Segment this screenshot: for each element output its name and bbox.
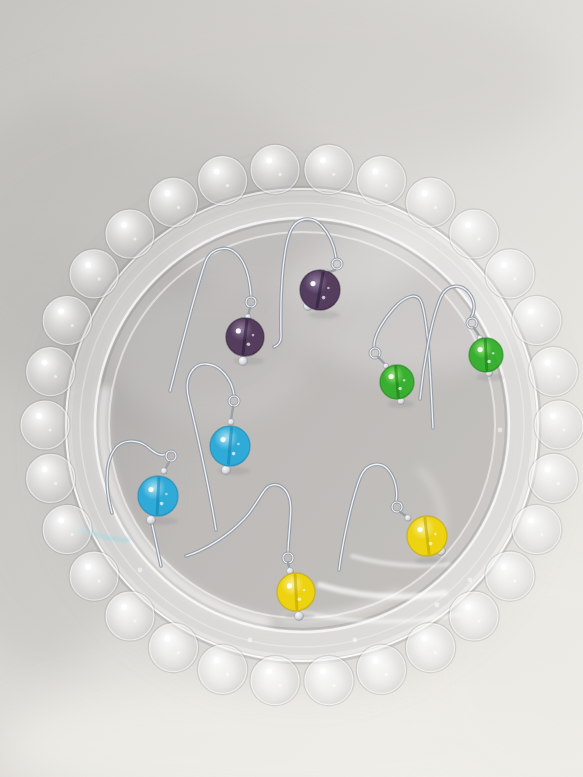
rim-ball-glint bbox=[58, 309, 64, 315]
silver-spacer-bead bbox=[147, 516, 156, 525]
rim-ball-frost bbox=[459, 221, 489, 251]
rim-ball bbox=[356, 644, 406, 694]
rim-ball bbox=[26, 347, 76, 397]
rim-ball-frost bbox=[115, 221, 145, 251]
rim-ball bbox=[406, 177, 456, 227]
bead-shadow bbox=[415, 557, 447, 565]
glass-bead-green bbox=[469, 338, 503, 372]
rim-ball-glint bbox=[226, 184, 229, 187]
rim-ball-glint bbox=[214, 169, 220, 175]
rim-ball bbox=[449, 209, 499, 259]
rim-ball-glint bbox=[422, 636, 428, 642]
rim-ball-glint bbox=[385, 673, 388, 676]
rim-ball-frost bbox=[208, 168, 238, 198]
rim-ball-glint bbox=[54, 375, 57, 378]
bead-glint bbox=[492, 352, 495, 355]
sparkle-dot bbox=[248, 638, 253, 643]
rim-ball-glint bbox=[71, 324, 74, 327]
rim-ball-frost bbox=[260, 157, 290, 187]
bead-glint bbox=[232, 452, 236, 456]
rim-ball-frost bbox=[36, 359, 66, 389]
rim-ball-glint bbox=[177, 206, 180, 209]
rim-ball-frost bbox=[79, 261, 109, 291]
rim-ball bbox=[406, 623, 456, 673]
bead-glint bbox=[417, 527, 422, 532]
rim-ball-glint bbox=[266, 157, 272, 163]
bead-hole-line bbox=[157, 478, 159, 513]
rim-ball-glint bbox=[54, 482, 57, 485]
rim-ball-glint bbox=[214, 657, 220, 663]
scene-svg bbox=[0, 0, 583, 777]
rim-ball bbox=[105, 591, 155, 641]
rim-ball-glint bbox=[540, 533, 543, 536]
rim-ball-frost bbox=[314, 157, 344, 187]
rim-ball-glint bbox=[465, 604, 471, 610]
rim-ball bbox=[105, 209, 155, 259]
rim-ball-glint bbox=[372, 169, 378, 175]
bead-glint bbox=[220, 437, 225, 442]
silver-spacer-bead bbox=[228, 419, 234, 425]
rim-ball-glint bbox=[540, 324, 543, 327]
rim-ball bbox=[485, 551, 535, 601]
rim-ball-glint bbox=[279, 173, 282, 176]
rim-ball bbox=[69, 551, 119, 601]
silver-spacer-bead bbox=[295, 612, 304, 621]
rim-ball-glint bbox=[385, 184, 388, 187]
rim-ball-glint bbox=[528, 518, 534, 524]
rim-ball bbox=[534, 400, 583, 450]
rim-ball-frost bbox=[260, 668, 290, 698]
silver-spacer-bead bbox=[239, 357, 248, 366]
glass-bead-green bbox=[380, 365, 414, 399]
rim-ball bbox=[528, 453, 578, 503]
rim-ball-frost bbox=[367, 657, 397, 687]
rim-ball-glint bbox=[58, 518, 64, 524]
rim-ball-glint bbox=[434, 651, 437, 654]
rim-ball bbox=[528, 347, 578, 397]
silver-spacer-bead bbox=[405, 515, 411, 521]
rim-ball bbox=[149, 623, 199, 673]
rim-ball-glint bbox=[513, 277, 516, 280]
rim-ball-glint bbox=[165, 636, 171, 642]
rim-ball-frost bbox=[30, 412, 60, 442]
bead-glint bbox=[148, 487, 153, 492]
rim-ball bbox=[42, 296, 92, 346]
bead-glint bbox=[237, 443, 240, 446]
rim-ball bbox=[512, 296, 562, 346]
bead-glint bbox=[247, 342, 251, 346]
rim-ball-glint bbox=[477, 237, 480, 240]
rim-ball-frost bbox=[539, 466, 569, 496]
bead-glint bbox=[252, 334, 255, 337]
rim-ball-glint bbox=[133, 237, 136, 240]
rim-ball-glint bbox=[320, 157, 326, 163]
rim-ball bbox=[250, 656, 300, 706]
rim-ball-glint bbox=[71, 533, 74, 536]
bead-hole-line bbox=[485, 340, 487, 370]
rim-ball bbox=[485, 249, 535, 299]
rim-ball bbox=[250, 144, 300, 194]
bead-glint bbox=[434, 533, 437, 536]
rim-ball-frost bbox=[522, 517, 552, 547]
rim-ball-frost bbox=[52, 308, 82, 338]
rim-ball-glint bbox=[42, 466, 48, 472]
rim-ball-frost bbox=[36, 466, 66, 496]
rim-ball-glint bbox=[85, 564, 91, 570]
rim-ball-frost bbox=[459, 603, 489, 633]
rim-ball-frost bbox=[416, 190, 446, 220]
bead-shadow bbox=[308, 311, 340, 319]
rim-ball-frost bbox=[115, 603, 145, 633]
rim-ball-glint bbox=[544, 466, 550, 472]
rim-ball-glint bbox=[501, 262, 507, 268]
rim-ball-frost bbox=[79, 563, 109, 593]
glass-bead-yellow bbox=[277, 573, 315, 611]
rim-ball bbox=[449, 591, 499, 641]
rim-ball-glint bbox=[36, 413, 42, 419]
bead-glint bbox=[322, 296, 326, 300]
silver-spacer-bead bbox=[161, 468, 167, 474]
rim-ball-glint bbox=[372, 657, 378, 663]
rim-ball-glint bbox=[121, 222, 127, 228]
rim-ball-glint bbox=[465, 222, 471, 228]
bead-glint bbox=[236, 328, 241, 333]
bead-glint bbox=[478, 347, 483, 352]
glass-bead-blue bbox=[210, 426, 250, 466]
bead-glint bbox=[303, 589, 306, 592]
glass-bead-purple bbox=[226, 318, 264, 356]
rim-ball-glint bbox=[332, 684, 335, 687]
rim-ball-glint bbox=[562, 428, 565, 431]
rim-ball-frost bbox=[495, 563, 525, 593]
bead-glint bbox=[298, 597, 302, 601]
bead-glint bbox=[160, 502, 164, 506]
rim-ball-glint bbox=[320, 669, 326, 675]
glass-bead-yellow bbox=[407, 516, 447, 556]
sparkle-dot bbox=[435, 603, 440, 608]
rim-ball-glint bbox=[422, 190, 428, 196]
rim-ball bbox=[512, 505, 562, 555]
bead-glint bbox=[287, 583, 292, 588]
rim-ball-glint bbox=[544, 360, 550, 366]
rim-ball-glint bbox=[477, 619, 480, 622]
bead-glint bbox=[327, 287, 330, 290]
rim-ball bbox=[304, 144, 354, 194]
rim-ball bbox=[26, 453, 76, 503]
rim-ball bbox=[356, 156, 406, 206]
rim-ball-glint bbox=[557, 482, 560, 485]
rim-ball-glint bbox=[501, 564, 507, 570]
rim-ball-glint bbox=[42, 360, 48, 366]
rim-ball-glint bbox=[98, 580, 101, 583]
rim-ball-glint bbox=[85, 262, 91, 268]
bead-glint bbox=[310, 281, 315, 286]
rim-ball-glint bbox=[279, 684, 282, 687]
bead-glint bbox=[398, 387, 402, 391]
rim-ball-glint bbox=[48, 428, 51, 431]
rim-ball-glint bbox=[165, 190, 171, 196]
rim-ball-glint bbox=[121, 604, 127, 610]
rim-ball bbox=[149, 177, 199, 227]
bead-hole-line bbox=[295, 575, 297, 608]
bead-glint bbox=[389, 374, 394, 379]
rim-ball-glint bbox=[528, 309, 534, 315]
rim-ball-frost bbox=[314, 668, 344, 698]
rim-ball bbox=[198, 644, 248, 694]
rim-ball-glint bbox=[332, 173, 335, 176]
rim-ball bbox=[198, 156, 248, 206]
glass-bead-blue bbox=[138, 476, 178, 516]
bead-glint bbox=[165, 493, 168, 496]
rim-ball bbox=[69, 249, 119, 299]
rim-ball-frost bbox=[522, 308, 552, 338]
rim-ball-glint bbox=[133, 619, 136, 622]
bead-glint bbox=[429, 542, 433, 546]
rim-ball-frost bbox=[159, 190, 189, 220]
rim-ball bbox=[20, 400, 70, 450]
sparkle-dot bbox=[468, 578, 473, 583]
rim-ball-glint bbox=[266, 669, 272, 675]
rim-ball-frost bbox=[52, 517, 82, 547]
sparkle-dot bbox=[353, 638, 358, 643]
sparkle-dot bbox=[498, 428, 503, 433]
rim-ball-glint bbox=[177, 651, 180, 654]
rim-ball-frost bbox=[539, 359, 569, 389]
glass-bead-purple bbox=[300, 270, 340, 310]
rim-ball-glint bbox=[550, 413, 556, 419]
bead-glint bbox=[487, 360, 491, 364]
silver-spacer-bead bbox=[222, 466, 231, 475]
rim-ball-frost bbox=[495, 261, 525, 291]
rim-ball bbox=[304, 656, 354, 706]
rim-ball-frost bbox=[367, 168, 397, 198]
rim-ball-glint bbox=[434, 206, 437, 209]
rim-ball bbox=[42, 505, 92, 555]
rim-ball-frost bbox=[544, 412, 574, 442]
sparkle-dot bbox=[138, 568, 143, 573]
rim-ball-frost bbox=[159, 635, 189, 665]
rim-ball-glint bbox=[226, 673, 229, 676]
rim-ball-glint bbox=[513, 580, 516, 583]
rim-ball-frost bbox=[208, 657, 238, 687]
rim-ball-glint bbox=[557, 375, 560, 378]
photo-canvas bbox=[0, 0, 583, 777]
rim-ball-glint bbox=[98, 277, 101, 280]
bead-glint bbox=[403, 379, 406, 382]
rim-ball-frost bbox=[416, 635, 446, 665]
